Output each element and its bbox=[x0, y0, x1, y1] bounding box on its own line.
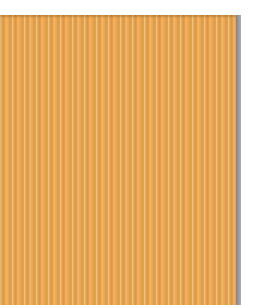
go-board-diagram[interactable] bbox=[0, 0, 260, 305]
board-wood-surface[interactable] bbox=[0, 15, 236, 305]
board-edge-shadow bbox=[236, 15, 241, 305]
